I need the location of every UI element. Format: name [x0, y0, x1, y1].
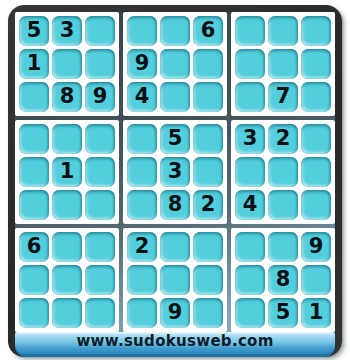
- given-digit: 5: [276, 302, 291, 323]
- cell-r6c1: [19, 190, 49, 220]
- box-4: 1: [15, 120, 119, 224]
- board-inner: 531896947153823246299851 www.sudokusweb.…: [15, 12, 335, 357]
- given-digit: 6: [201, 20, 216, 41]
- cell-r1c9: [301, 16, 331, 46]
- given-digit: 8: [60, 86, 75, 107]
- cell-r6c5: 8: [160, 190, 190, 220]
- cell-r9c1: [19, 298, 49, 328]
- cell-r4c8: 2: [268, 124, 298, 154]
- given-digit: 2: [201, 194, 216, 215]
- cell-r3c4: 4: [127, 82, 157, 112]
- given-digit: 9: [93, 86, 108, 107]
- cell-r9c3: [85, 298, 115, 328]
- cell-r7c4: 2: [127, 232, 157, 262]
- cell-r8c3: [85, 265, 115, 295]
- cell-r6c9: [301, 190, 331, 220]
- cell-r3c3: 9: [85, 82, 115, 112]
- given-digit: 8: [168, 194, 183, 215]
- cell-r6c8: [268, 190, 298, 220]
- box-6: 324: [231, 120, 335, 224]
- cell-r4c5: 5: [160, 124, 190, 154]
- given-digit: 9: [168, 302, 183, 323]
- given-digit: 9: [135, 53, 150, 74]
- footer-band: www.sudokusweb.com: [15, 332, 335, 357]
- cell-r1c5: [160, 16, 190, 46]
- cell-r6c2: [52, 190, 82, 220]
- cell-r3c5: [160, 82, 190, 112]
- cell-r8c2: [52, 265, 82, 295]
- site-url: www.sudokusweb.com: [76, 332, 273, 350]
- cell-r4c4: [127, 124, 157, 154]
- cell-r9c2: [52, 298, 82, 328]
- given-digit: 3: [60, 20, 75, 41]
- cell-r5c2: 1: [52, 157, 82, 187]
- cell-r2c7: [235, 49, 265, 79]
- box-1: 53189: [15, 12, 119, 116]
- cell-r7c2: [52, 232, 82, 262]
- cell-r3c1: [19, 82, 49, 112]
- given-digit: 3: [168, 161, 183, 182]
- cell-r7c6: [193, 232, 223, 262]
- cell-r7c9: 9: [301, 232, 331, 262]
- cell-r2c4: 9: [127, 49, 157, 79]
- cell-r3c2: 8: [52, 82, 82, 112]
- cell-r2c1: 1: [19, 49, 49, 79]
- cell-r7c5: [160, 232, 190, 262]
- cell-r8c9: [301, 265, 331, 295]
- cell-r6c3: [85, 190, 115, 220]
- given-digit: 7: [276, 86, 291, 107]
- cell-r2c9: [301, 49, 331, 79]
- cell-r1c4: [127, 16, 157, 46]
- sudoku-screenshot: 531896947153823246299851 www.sudokusweb.…: [0, 0, 350, 360]
- cell-r5c5: 3: [160, 157, 190, 187]
- given-digit: 1: [309, 302, 324, 323]
- cell-r5c8: [268, 157, 298, 187]
- cell-r9c5: 9: [160, 298, 190, 328]
- given-digit: 5: [27, 20, 42, 41]
- given-digit: 1: [60, 161, 75, 182]
- cell-r6c7: 4: [235, 190, 265, 220]
- cell-r2c3: [85, 49, 115, 79]
- cell-r7c1: 6: [19, 232, 49, 262]
- cell-r5c7: [235, 157, 265, 187]
- box-9: 9851: [231, 228, 335, 332]
- cell-r1c3: [85, 16, 115, 46]
- cell-r5c6: [193, 157, 223, 187]
- cell-r2c8: [268, 49, 298, 79]
- cell-r1c2: 3: [52, 16, 82, 46]
- given-digit: 1: [27, 53, 42, 74]
- cell-r6c6: 2: [193, 190, 223, 220]
- cell-r4c7: 3: [235, 124, 265, 154]
- cell-r2c5: [160, 49, 190, 79]
- cell-r2c6: [193, 49, 223, 79]
- cell-r3c6: [193, 82, 223, 112]
- cell-r7c7: [235, 232, 265, 262]
- sudoku-board: 531896947153823246299851: [15, 12, 335, 332]
- cell-r4c6: [193, 124, 223, 154]
- cell-r9c9: 1: [301, 298, 331, 328]
- cell-r8c4: [127, 265, 157, 295]
- box-3: 7: [231, 12, 335, 116]
- box-8: 29: [123, 228, 227, 332]
- cell-r2c2: [52, 49, 82, 79]
- cell-r7c3: [85, 232, 115, 262]
- cell-r1c7: [235, 16, 265, 46]
- cell-r5c4: [127, 157, 157, 187]
- cell-r4c1: [19, 124, 49, 154]
- cell-r5c3: [85, 157, 115, 187]
- cell-r1c6: 6: [193, 16, 223, 46]
- given-digit: 2: [135, 236, 150, 257]
- given-digit: 8: [276, 269, 291, 290]
- cell-r5c9: [301, 157, 331, 187]
- given-digit: 3: [243, 128, 258, 149]
- cell-r9c6: [193, 298, 223, 328]
- box-5: 5382: [123, 120, 227, 224]
- cell-r8c1: [19, 265, 49, 295]
- cell-r3c7: [235, 82, 265, 112]
- cell-r4c2: [52, 124, 82, 154]
- given-digit: 4: [135, 86, 150, 107]
- cell-r9c8: 5: [268, 298, 298, 328]
- cell-r8c7: [235, 265, 265, 295]
- cell-r9c4: [127, 298, 157, 328]
- box-7: 6: [15, 228, 119, 332]
- cell-r9c7: [235, 298, 265, 328]
- given-digit: 9: [309, 236, 324, 257]
- cell-r8c6: [193, 265, 223, 295]
- given-digit: 6: [27, 236, 42, 257]
- box-2: 694: [123, 12, 227, 116]
- given-digit: 4: [243, 194, 258, 215]
- cell-r4c9: [301, 124, 331, 154]
- board-frame: 531896947153823246299851 www.sudokusweb.…: [8, 5, 342, 357]
- cell-r6c4: [127, 190, 157, 220]
- given-digit: 2: [276, 128, 291, 149]
- cell-r1c8: [268, 16, 298, 46]
- given-digit: 5: [168, 128, 183, 149]
- cell-r7c8: [268, 232, 298, 262]
- cell-r1c1: 5: [19, 16, 49, 46]
- cell-r8c5: [160, 265, 190, 295]
- cell-r3c9: [301, 82, 331, 112]
- cell-r4c3: [85, 124, 115, 154]
- cell-r5c1: [19, 157, 49, 187]
- cell-r8c8: 8: [268, 265, 298, 295]
- cell-r3c8: 7: [268, 82, 298, 112]
